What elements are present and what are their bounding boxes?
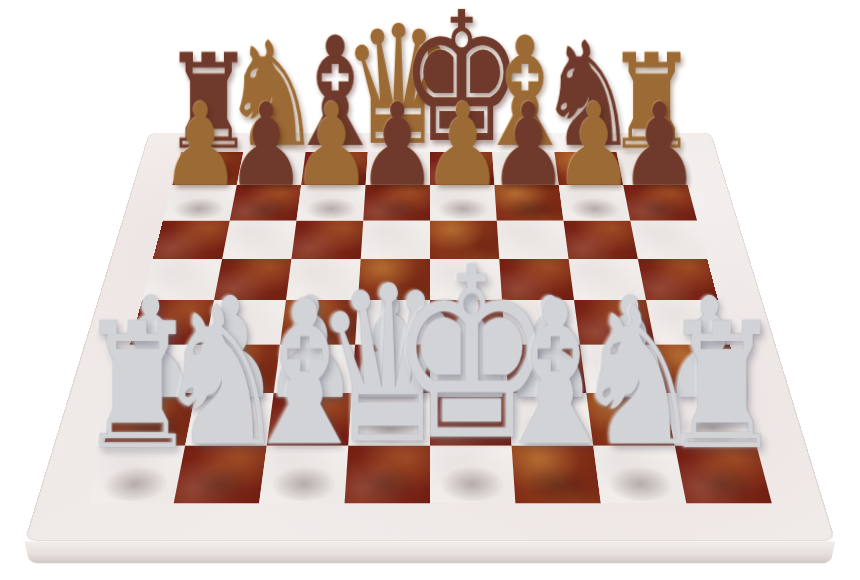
chess-board-platform: ♜♞♝♛♚♝♞♜♟♟♟♟♟♟♟♟♟♟♟♟♟♟♟♟♜♞♝♛♚♝♞♜ <box>24 133 835 541</box>
board-front-edge <box>24 541 835 563</box>
square-h1[interactable]: ♜ <box>675 446 772 504</box>
piece-white-rook-h1[interactable]: ♜ <box>632 300 813 474</box>
chess-set-photo: ♜♞♝♛♚♝♞♜♟♟♟♟♟♟♟♟♟♟♟♟♟♟♟♟♜♞♝♛♚♝♞♜ <box>0 0 860 580</box>
square-h7[interactable]: ♟ <box>623 185 697 221</box>
square-b6[interactable] <box>222 221 296 259</box>
piece-black-pawn-h7[interactable]: ♟ <box>588 88 730 203</box>
board-grid: ♜♞♝♛♚♝♞♜♟♟♟♟♟♟♟♟♟♟♟♟♟♟♟♟♜♞♝♛♚♝♞♜ <box>88 152 771 503</box>
board-scene: ♜♞♝♛♚♝♞♜♟♟♟♟♟♟♟♟♟♟♟♟♟♟♟♟♜♞♝♛♚♝♞♜ <box>0 0 860 580</box>
square-h6[interactable] <box>630 221 707 259</box>
square-g6[interactable] <box>564 221 638 259</box>
square-a6[interactable] <box>153 221 230 259</box>
